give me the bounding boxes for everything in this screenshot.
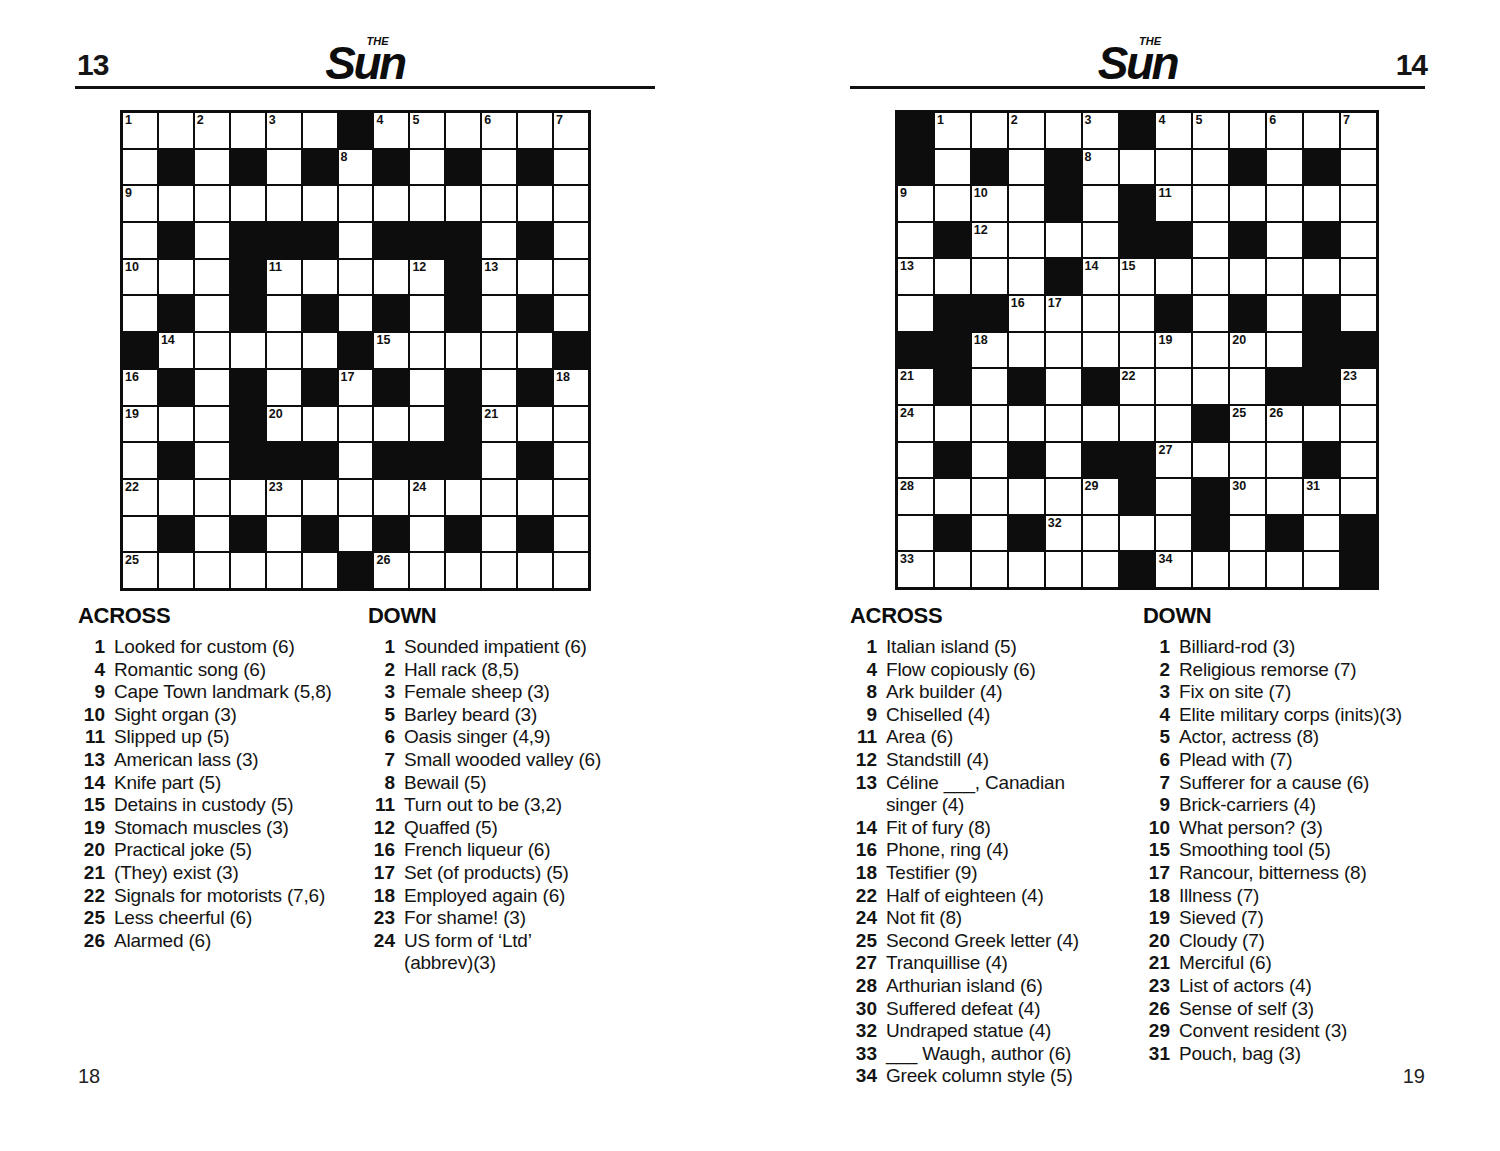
- white-cell[interactable]: [1267, 443, 1302, 478]
- white-cell[interactable]: [374, 407, 408, 442]
- white-cell[interactable]: [1120, 516, 1155, 551]
- black-cell: [518, 370, 552, 405]
- white-cell[interactable]: [303, 186, 337, 221]
- white-cell[interactable]: [303, 113, 337, 148]
- white-cell[interactable]: [1341, 296, 1376, 331]
- white-cell[interactable]: [1230, 113, 1265, 148]
- black-cell: [1193, 406, 1228, 441]
- white-cell[interactable]: [1193, 333, 1228, 368]
- black-cell: [1046, 150, 1081, 185]
- white-cell[interactable]: 9: [898, 186, 933, 221]
- white-cell[interactable]: [935, 186, 970, 221]
- white-cell[interactable]: [1193, 150, 1228, 185]
- white-cell[interactable]: [123, 150, 157, 185]
- white-cell[interactable]: [554, 517, 588, 552]
- white-cell[interactable]: 5: [410, 113, 444, 148]
- white-cell[interactable]: [1193, 223, 1228, 258]
- white-cell[interactable]: [1083, 296, 1118, 331]
- white-cell[interactable]: [195, 223, 229, 258]
- white-cell[interactable]: [1267, 259, 1302, 294]
- clue: 7Sufferer for a cause (6): [1143, 772, 1438, 795]
- white-cell[interactable]: [482, 186, 516, 221]
- white-cell[interactable]: [1156, 259, 1191, 294]
- white-cell[interactable]: [303, 407, 337, 442]
- white-cell[interactable]: 2: [195, 113, 229, 148]
- white-cell[interactable]: 14: [159, 333, 193, 368]
- across-column-13: ACROSS 1Looked for custom (6)4Romantic s…: [78, 603, 368, 952]
- white-cell[interactable]: 32: [1046, 516, 1081, 551]
- clue: 4Flow copiously (6): [850, 659, 1138, 682]
- white-cell[interactable]: [267, 553, 301, 588]
- white-cell[interactable]: [446, 113, 480, 148]
- black-cell: [1230, 296, 1265, 331]
- cell-number: 21: [900, 369, 914, 383]
- white-cell[interactable]: [1230, 443, 1265, 478]
- white-cell[interactable]: [1267, 479, 1302, 514]
- white-cell[interactable]: [482, 553, 516, 588]
- black-cell: [1083, 443, 1118, 478]
- white-cell[interactable]: [972, 443, 1007, 478]
- white-cell[interactable]: [1083, 333, 1118, 368]
- white-cell[interactable]: [1230, 516, 1265, 551]
- white-cell[interactable]: 10: [123, 260, 157, 295]
- white-cell[interactable]: 23: [1341, 369, 1376, 404]
- white-cell[interactable]: [1193, 296, 1228, 331]
- white-cell[interactable]: 17: [339, 370, 373, 405]
- white-cell[interactable]: [123, 223, 157, 258]
- white-cell[interactable]: [159, 407, 193, 442]
- white-cell[interactable]: [1009, 186, 1044, 221]
- white-cell[interactable]: [410, 553, 444, 588]
- white-cell[interactable]: [972, 369, 1007, 404]
- white-cell[interactable]: [159, 260, 193, 295]
- white-cell[interactable]: [1009, 150, 1044, 185]
- white-cell[interactable]: 7: [1341, 113, 1376, 148]
- white-cell[interactable]: 30: [1230, 479, 1265, 514]
- clue-num: 9: [850, 704, 886, 727]
- white-cell[interactable]: [1230, 259, 1265, 294]
- white-cell[interactable]: [339, 480, 373, 515]
- white-cell[interactable]: [482, 517, 516, 552]
- clue-text: Sense of self (3): [1179, 998, 1314, 1021]
- white-cell[interactable]: [374, 186, 408, 221]
- white-cell[interactable]: [972, 259, 1007, 294]
- cell-number: 8: [341, 150, 348, 164]
- white-cell[interactable]: 21: [898, 369, 933, 404]
- white-cell[interactable]: [1120, 150, 1155, 185]
- white-cell[interactable]: 9: [123, 186, 157, 221]
- white-cell[interactable]: 24: [410, 480, 444, 515]
- white-cell[interactable]: [1267, 223, 1302, 258]
- white-cell[interactable]: [972, 479, 1007, 514]
- white-cell[interactable]: 33: [898, 552, 933, 587]
- clue-num: 11: [850, 726, 886, 749]
- white-cell[interactable]: [1046, 369, 1081, 404]
- white-cell[interactable]: [1009, 552, 1044, 587]
- white-cell[interactable]: [267, 296, 301, 331]
- white-cell[interactable]: [1156, 516, 1191, 551]
- white-cell[interactable]: [482, 150, 516, 185]
- white-cell[interactable]: [1120, 296, 1155, 331]
- white-cell[interactable]: [1230, 369, 1265, 404]
- white-cell[interactable]: [898, 223, 933, 258]
- white-cell[interactable]: [303, 333, 337, 368]
- white-cell[interactable]: [1267, 333, 1302, 368]
- crossword-grid-13: 1234567891011121314151617181920212223242…: [120, 110, 591, 591]
- cell-number: 2: [1011, 113, 1018, 127]
- white-cell[interactable]: [339, 517, 373, 552]
- white-cell[interactable]: [339, 186, 373, 221]
- white-cell[interactable]: [1304, 516, 1339, 551]
- white-cell[interactable]: [374, 480, 408, 515]
- white-cell[interactable]: [410, 407, 444, 442]
- white-cell[interactable]: [446, 333, 480, 368]
- white-cell[interactable]: 4: [1156, 113, 1191, 148]
- white-cell[interactable]: 22: [1120, 369, 1155, 404]
- white-cell[interactable]: [518, 186, 552, 221]
- white-cell[interactable]: [195, 260, 229, 295]
- cell-number: 17: [341, 370, 355, 384]
- white-cell[interactable]: [972, 552, 1007, 587]
- cell-number: 25: [125, 553, 139, 567]
- white-cell[interactable]: [518, 260, 552, 295]
- white-cell[interactable]: 26: [1267, 406, 1302, 441]
- white-cell[interactable]: 3: [267, 113, 301, 148]
- white-cell[interactable]: [339, 223, 373, 258]
- white-cell[interactable]: [554, 553, 588, 588]
- white-cell[interactable]: [1083, 552, 1118, 587]
- white-cell[interactable]: 22: [123, 480, 157, 515]
- white-cell[interactable]: [303, 553, 337, 588]
- white-cell[interactable]: [482, 443, 516, 478]
- white-cell[interactable]: [123, 296, 157, 331]
- white-cell[interactable]: [1046, 479, 1081, 514]
- white-cell[interactable]: [935, 150, 970, 185]
- clue-text: Fit of fury (8): [886, 817, 991, 840]
- white-cell[interactable]: 12: [410, 260, 444, 295]
- white-cell[interactable]: [1341, 223, 1376, 258]
- white-cell[interactable]: [1083, 516, 1118, 551]
- white-cell[interactable]: 10: [972, 186, 1007, 221]
- white-cell[interactable]: [1267, 186, 1302, 221]
- white-cell[interactable]: 20: [267, 407, 301, 442]
- white-cell[interactable]: [231, 186, 265, 221]
- across-heading: ACROSS: [850, 603, 1138, 629]
- white-cell[interactable]: [195, 480, 229, 515]
- white-cell[interactable]: [1083, 186, 1118, 221]
- white-cell[interactable]: [159, 553, 193, 588]
- white-cell[interactable]: [935, 479, 970, 514]
- clue-text: Slipped up (5): [114, 726, 230, 749]
- white-cell[interactable]: [446, 553, 480, 588]
- clue: 1Billiard-rod (3): [1143, 636, 1438, 659]
- white-cell[interactable]: [972, 113, 1007, 148]
- white-cell[interactable]: [554, 260, 588, 295]
- white-cell[interactable]: [482, 480, 516, 515]
- white-cell[interactable]: [195, 517, 229, 552]
- white-cell[interactable]: 14: [1083, 259, 1118, 294]
- white-cell[interactable]: [1267, 150, 1302, 185]
- white-cell[interactable]: 12: [972, 223, 1007, 258]
- clue-text: French liqueur (6): [404, 839, 550, 862]
- white-cell[interactable]: [554, 480, 588, 515]
- white-cell[interactable]: [554, 150, 588, 185]
- white-cell[interactable]: [123, 517, 157, 552]
- black-cell: [935, 516, 970, 551]
- white-cell[interactable]: 19: [1156, 333, 1191, 368]
- clue-num: 33: [850, 1043, 886, 1066]
- white-cell[interactable]: 2: [1009, 113, 1044, 148]
- white-cell[interactable]: [518, 480, 552, 515]
- white-cell[interactable]: [374, 260, 408, 295]
- clue-text: Phone, ring (4): [886, 839, 1009, 862]
- white-cell[interactable]: [1009, 479, 1044, 514]
- white-cell[interactable]: [554, 443, 588, 478]
- white-cell[interactable]: [1009, 406, 1044, 441]
- white-cell[interactable]: 8: [1083, 150, 1118, 185]
- black-cell: [1230, 223, 1265, 258]
- black-cell: [446, 370, 480, 405]
- cell-number: 31: [1306, 479, 1320, 493]
- white-cell[interactable]: [554, 186, 588, 221]
- white-cell[interactable]: [1341, 406, 1376, 441]
- white-cell[interactable]: [195, 150, 229, 185]
- white-cell[interactable]: 1: [935, 113, 970, 148]
- white-cell[interactable]: [482, 370, 516, 405]
- white-cell[interactable]: [303, 260, 337, 295]
- white-cell[interactable]: [195, 296, 229, 331]
- black-cell: [1267, 516, 1302, 551]
- white-cell[interactable]: [1046, 113, 1081, 148]
- white-cell[interactable]: [339, 296, 373, 331]
- white-cell[interactable]: [972, 516, 1007, 551]
- cell-number: 9: [900, 186, 907, 200]
- white-cell[interactable]: [972, 406, 1007, 441]
- white-cell[interactable]: [195, 333, 229, 368]
- white-cell[interactable]: [123, 443, 157, 478]
- white-cell[interactable]: [1267, 296, 1302, 331]
- white-cell[interactable]: [231, 113, 265, 148]
- white-cell[interactable]: [195, 553, 229, 588]
- white-cell[interactable]: [339, 260, 373, 295]
- white-cell[interactable]: [410, 333, 444, 368]
- white-cell[interactable]: [195, 443, 229, 478]
- white-cell[interactable]: [267, 186, 301, 221]
- white-cell[interactable]: 16: [1009, 296, 1044, 331]
- white-cell[interactable]: 18: [972, 333, 1007, 368]
- white-cell[interactable]: [410, 370, 444, 405]
- white-cell[interactable]: [1046, 552, 1081, 587]
- white-cell[interactable]: [518, 407, 552, 442]
- clue: 23List of actors (4): [1143, 975, 1438, 998]
- white-cell[interactable]: [231, 553, 265, 588]
- white-cell[interactable]: [159, 186, 193, 221]
- white-cell[interactable]: [1083, 406, 1118, 441]
- black-cell: [374, 517, 408, 552]
- clue-text: Sight organ (3): [114, 704, 237, 727]
- clue: 12Quaffed (5): [368, 817, 658, 840]
- white-cell[interactable]: [1193, 186, 1228, 221]
- white-cell[interactable]: 27: [1156, 443, 1191, 478]
- white-cell[interactable]: [410, 296, 444, 331]
- white-cell[interactable]: [935, 552, 970, 587]
- white-cell[interactable]: 18: [554, 370, 588, 405]
- white-cell[interactable]: [1046, 443, 1081, 478]
- white-cell[interactable]: 21: [482, 407, 516, 442]
- white-cell[interactable]: 11: [267, 260, 301, 295]
- white-cell[interactable]: 6: [482, 113, 516, 148]
- black-cell: [518, 223, 552, 258]
- clue: 11Turn out to be (3,2): [368, 794, 658, 817]
- white-cell[interactable]: 13: [898, 259, 933, 294]
- white-cell[interactable]: [898, 516, 933, 551]
- white-cell[interactable]: [446, 186, 480, 221]
- white-cell[interactable]: [518, 113, 552, 148]
- white-cell[interactable]: [1341, 186, 1376, 221]
- white-cell[interactable]: [267, 333, 301, 368]
- white-cell[interactable]: [1304, 186, 1339, 221]
- clue-num: 34: [850, 1065, 886, 1088]
- white-cell[interactable]: [1230, 552, 1265, 587]
- white-cell[interactable]: [935, 259, 970, 294]
- white-cell[interactable]: [1341, 443, 1376, 478]
- white-cell[interactable]: [554, 223, 588, 258]
- white-cell[interactable]: [159, 480, 193, 515]
- white-cell[interactable]: 1: [123, 113, 157, 148]
- white-cell[interactable]: [1304, 113, 1339, 148]
- white-cell[interactable]: 4: [374, 113, 408, 148]
- white-cell[interactable]: [1156, 150, 1191, 185]
- white-cell[interactable]: 24: [898, 406, 933, 441]
- white-cell[interactable]: [1083, 223, 1118, 258]
- white-cell[interactable]: [898, 443, 933, 478]
- white-cell[interactable]: 23: [267, 480, 301, 515]
- white-cell[interactable]: [1193, 369, 1228, 404]
- white-cell[interactable]: [1009, 259, 1044, 294]
- white-cell[interactable]: 3: [1083, 113, 1118, 148]
- white-cell[interactable]: [482, 296, 516, 331]
- white-cell[interactable]: 26: [374, 553, 408, 588]
- white-cell[interactable]: [1009, 333, 1044, 368]
- clue-text: Plead with (7): [1179, 749, 1292, 772]
- white-cell[interactable]: [195, 407, 229, 442]
- white-cell[interactable]: [1009, 223, 1044, 258]
- white-cell[interactable]: [1341, 259, 1376, 294]
- white-cell[interactable]: 13: [482, 260, 516, 295]
- white-cell[interactable]: [267, 150, 301, 185]
- clue-text: Italian island (5): [886, 636, 1017, 659]
- white-cell[interactable]: 29: [1083, 479, 1118, 514]
- white-cell[interactable]: 25: [123, 553, 157, 588]
- white-cell[interactable]: [1304, 259, 1339, 294]
- white-cell[interactable]: [1193, 259, 1228, 294]
- clue-num: 25: [850, 930, 886, 953]
- white-cell[interactable]: [1230, 186, 1265, 221]
- white-cell[interactable]: 20: [1230, 333, 1265, 368]
- white-cell[interactable]: [554, 296, 588, 331]
- white-cell[interactable]: [1304, 552, 1339, 587]
- cell-number: 14: [1085, 259, 1099, 273]
- white-cell[interactable]: [482, 223, 516, 258]
- down-heading: DOWN: [1143, 603, 1438, 629]
- white-cell[interactable]: 5: [1193, 113, 1228, 148]
- clue-text: Employed again (6): [404, 885, 565, 908]
- white-cell[interactable]: [1267, 552, 1302, 587]
- white-cell[interactable]: [267, 370, 301, 405]
- black-cell: [446, 517, 480, 552]
- white-cell[interactable]: 19: [123, 407, 157, 442]
- clue: 34Greek column style (5): [850, 1065, 1138, 1088]
- white-cell[interactable]: [410, 186, 444, 221]
- white-cell[interactable]: [1193, 443, 1228, 478]
- clue-text: Tranquillise (4): [886, 952, 1008, 975]
- white-cell[interactable]: [1193, 552, 1228, 587]
- white-cell[interactable]: [482, 333, 516, 368]
- clue-text: Small wooded valley (6): [404, 749, 601, 772]
- clue: 17Rancour, bitterness (8): [1143, 862, 1438, 885]
- white-cell[interactable]: [195, 370, 229, 405]
- white-cell[interactable]: [339, 407, 373, 442]
- white-cell[interactable]: 6: [1267, 113, 1302, 148]
- white-cell[interactable]: 25: [1230, 406, 1265, 441]
- clue: 16French liqueur (6): [368, 839, 658, 862]
- white-cell[interactable]: [935, 406, 970, 441]
- white-cell[interactable]: 15: [1120, 259, 1155, 294]
- white-cell[interactable]: 7: [554, 113, 588, 148]
- white-cell[interactable]: [1120, 333, 1155, 368]
- white-cell[interactable]: [1046, 406, 1081, 441]
- white-cell[interactable]: [410, 150, 444, 185]
- white-cell[interactable]: 8: [339, 150, 373, 185]
- white-cell[interactable]: [231, 333, 265, 368]
- white-cell[interactable]: [195, 186, 229, 221]
- white-cell[interactable]: 11: [1156, 186, 1191, 221]
- white-cell[interactable]: 16: [123, 370, 157, 405]
- white-cell[interactable]: [1341, 479, 1376, 514]
- white-cell[interactable]: [1156, 369, 1191, 404]
- white-cell[interactable]: [518, 333, 552, 368]
- white-cell[interactable]: [1156, 479, 1191, 514]
- white-cell[interactable]: [303, 480, 337, 515]
- white-cell[interactable]: 28: [898, 479, 933, 514]
- white-cell[interactable]: 34: [1156, 552, 1191, 587]
- down-column-14: DOWN 1Billiard-rod (3)2Religious remorse…: [1143, 603, 1438, 1065]
- white-cell[interactable]: [267, 517, 301, 552]
- white-cell[interactable]: [339, 443, 373, 478]
- white-cell[interactable]: [554, 407, 588, 442]
- white-cell[interactable]: 17: [1046, 296, 1081, 331]
- white-cell[interactable]: [1341, 150, 1376, 185]
- white-cell[interactable]: [410, 517, 444, 552]
- clue-num: 26: [1143, 998, 1179, 1021]
- white-cell[interactable]: [159, 113, 193, 148]
- cell-number: 9: [125, 186, 132, 200]
- white-cell[interactable]: [1156, 406, 1191, 441]
- white-cell[interactable]: [1046, 223, 1081, 258]
- white-cell[interactable]: [518, 553, 552, 588]
- white-cell[interactable]: [898, 296, 933, 331]
- white-cell[interactable]: [446, 480, 480, 515]
- clue-num: 32: [850, 1020, 886, 1043]
- clue-text: US form of ‘Ltd’ (abbrev)(3): [404, 930, 532, 975]
- white-cell[interactable]: 31: [1304, 479, 1339, 514]
- clue-num: 12: [850, 749, 886, 772]
- white-cell[interactable]: [1120, 406, 1155, 441]
- white-cell[interactable]: 15: [374, 333, 408, 368]
- white-cell[interactable]: [1304, 406, 1339, 441]
- white-cell[interactable]: [1046, 333, 1081, 368]
- white-cell[interactable]: [231, 480, 265, 515]
